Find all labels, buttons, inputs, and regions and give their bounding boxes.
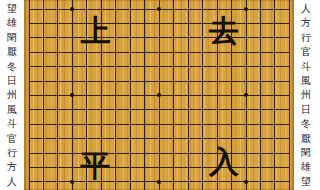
grid-line-horizontal	[29, 52, 290, 53]
row-label: 冬	[0, 61, 24, 73]
row-label: 官	[294, 46, 318, 58]
quadrant-label-top-left: 上	[76, 11, 116, 51]
row-label: 方	[294, 17, 318, 29]
row-label: 日	[294, 104, 318, 116]
quadrant-label-top-right: 去	[204, 11, 244, 51]
go-board-surface: 上 去 平 入	[24, 0, 294, 190]
row-label: 州	[0, 89, 24, 101]
row-label: 州	[294, 89, 318, 101]
star-point	[70, 7, 74, 11]
grid-line-horizontal	[29, 81, 290, 82]
row-label: 人	[0, 176, 24, 188]
star-point	[157, 7, 161, 11]
row-label: 風	[0, 104, 24, 116]
star-point	[70, 93, 74, 97]
quadrant-label-bottom-right: 入	[204, 142, 244, 182]
grid-line-horizontal	[29, 37, 290, 38]
row-label: 行	[0, 147, 24, 159]
grid-line-horizontal	[29, 138, 290, 139]
row-label: 行	[294, 32, 318, 44]
quadrant-label-bottom-left: 平	[76, 146, 116, 186]
row-label: 雄	[294, 161, 318, 173]
star-point	[70, 180, 74, 184]
row-label: 閑	[294, 147, 318, 159]
star-point	[244, 180, 248, 184]
row-label: 望	[294, 176, 318, 188]
row-label: 風	[294, 75, 318, 87]
grid-line-horizontal	[29, 23, 290, 24]
row-label: 雄	[0, 17, 24, 29]
go-board-diagram: 上 去 平 入 望雄閑厭冬日州風斗官行方人 人方行官斗風州日冬厭閑雄望	[0, 0, 320, 190]
left-coordinate-column: 望雄閑厭冬日州風斗官行方人	[0, 0, 24, 190]
row-label: 厭	[0, 46, 24, 58]
star-point	[244, 93, 248, 97]
row-label: 日	[0, 75, 24, 87]
row-label: 閑	[0, 32, 24, 44]
row-label: 方	[0, 161, 24, 173]
grid-line-horizontal	[29, 66, 290, 67]
star-point	[157, 180, 161, 184]
row-label: 官	[0, 133, 24, 145]
grid-line-horizontal	[29, 124, 290, 125]
grid-line-horizontal	[29, 109, 290, 110]
row-label: 斗	[0, 118, 24, 130]
grid-line-horizontal	[29, 167, 290, 168]
row-label: 人	[294, 3, 318, 15]
star-point	[157, 93, 161, 97]
star-point	[244, 7, 248, 11]
row-label: 斗	[294, 61, 318, 73]
row-label: 望	[0, 3, 24, 15]
grid-line-horizontal	[29, 153, 290, 154]
row-label: 厭	[294, 133, 318, 145]
right-coordinate-column: 人方行官斗風州日冬厭閑雄望	[294, 0, 320, 190]
row-label: 冬	[294, 118, 318, 130]
